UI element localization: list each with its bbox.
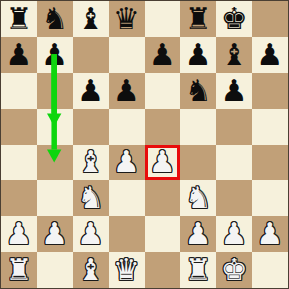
black-bishop[interactable]: ♝ <box>221 40 248 70</box>
square-f1[interactable]: ♜ <box>180 252 216 288</box>
square-h4[interactable] <box>252 145 288 181</box>
square-b8[interactable]: ♞ <box>37 1 73 37</box>
square-h5[interactable] <box>252 109 288 145</box>
white-knight[interactable]: ♞ <box>77 183 104 213</box>
square-c2[interactable]: ♟ <box>73 216 109 252</box>
white-pawn[interactable]: ♟ <box>221 219 248 249</box>
black-pawn[interactable]: ♟ <box>185 40 212 70</box>
white-pawn[interactable]: ♟ <box>5 219 32 249</box>
square-g7[interactable]: ♝ <box>216 37 252 73</box>
square-g8[interactable]: ♚ <box>216 1 252 37</box>
square-f3[interactable]: ♞ <box>180 180 216 216</box>
square-f7[interactable]: ♟ <box>180 37 216 73</box>
square-a6[interactable] <box>1 73 37 109</box>
square-d5[interactable] <box>109 109 145 145</box>
square-f6[interactable]: ♞ <box>180 73 216 109</box>
square-b6[interactable] <box>37 73 73 109</box>
black-pawn[interactable]: ♟ <box>257 40 284 70</box>
square-f2[interactable]: ♟ <box>180 216 216 252</box>
square-e4[interactable]: ♟ <box>145 145 181 181</box>
square-c5[interactable] <box>73 109 109 145</box>
chess-board-widget: ♜♞♝♛♜♚♟♟♟♟♝♟♟♟♞♟♝♟♟♞♞♟♟♟♟♟♟♜♝♛♜♚ <box>0 0 289 289</box>
square-e5[interactable] <box>145 109 181 145</box>
square-h8[interactable] <box>252 1 288 37</box>
square-g4[interactable] <box>216 145 252 181</box>
square-c8[interactable]: ♝ <box>73 1 109 37</box>
white-king[interactable]: ♚ <box>221 255 248 285</box>
square-a1[interactable]: ♜ <box>1 252 37 288</box>
square-g3[interactable] <box>216 180 252 216</box>
black-rook[interactable]: ♜ <box>5 4 32 34</box>
square-g5[interactable] <box>216 109 252 145</box>
square-g2[interactable]: ♟ <box>216 216 252 252</box>
white-pawn[interactable]: ♟ <box>185 219 212 249</box>
chess-board: ♜♞♝♛♜♚♟♟♟♟♝♟♟♟♞♟♝♟♟♞♞♟♟♟♟♟♟♜♝♛♜♚ <box>0 0 289 289</box>
square-c7[interactable] <box>73 37 109 73</box>
square-e2[interactable] <box>145 216 181 252</box>
white-pawn[interactable]: ♟ <box>41 219 68 249</box>
white-rook[interactable]: ♜ <box>5 255 32 285</box>
square-e3[interactable] <box>145 180 181 216</box>
white-bishop[interactable]: ♝ <box>77 255 104 285</box>
square-b3[interactable] <box>37 180 73 216</box>
square-d3[interactable] <box>109 180 145 216</box>
square-h2[interactable]: ♟ <box>252 216 288 252</box>
square-e1[interactable] <box>145 252 181 288</box>
black-king[interactable]: ♚ <box>221 4 248 34</box>
square-e7[interactable]: ♟ <box>145 37 181 73</box>
square-b4[interactable] <box>37 145 73 181</box>
black-knight[interactable]: ♞ <box>185 76 212 106</box>
black-pawn[interactable]: ♟ <box>149 40 176 70</box>
square-c1[interactable]: ♝ <box>73 252 109 288</box>
black-pawn[interactable]: ♟ <box>77 76 104 106</box>
black-bishop[interactable]: ♝ <box>77 4 104 34</box>
square-b5[interactable] <box>37 109 73 145</box>
white-pawn[interactable]: ♟ <box>257 219 284 249</box>
square-b2[interactable]: ♟ <box>37 216 73 252</box>
black-pawn[interactable]: ♟ <box>41 40 68 70</box>
white-rook[interactable]: ♜ <box>185 255 212 285</box>
square-d7[interactable] <box>109 37 145 73</box>
square-c3[interactable]: ♞ <box>73 180 109 216</box>
square-h3[interactable] <box>252 180 288 216</box>
black-pawn[interactable]: ♟ <box>113 76 140 106</box>
square-a2[interactable]: ♟ <box>1 216 37 252</box>
square-h6[interactable] <box>252 73 288 109</box>
square-c4[interactable]: ♝ <box>73 145 109 181</box>
white-queen[interactable]: ♛ <box>113 255 140 285</box>
black-knight[interactable]: ♞ <box>41 4 68 34</box>
square-g6[interactable]: ♟ <box>216 73 252 109</box>
square-g1[interactable]: ♚ <box>216 252 252 288</box>
square-b7[interactable]: ♟ <box>37 37 73 73</box>
square-a7[interactable]: ♟ <box>1 37 37 73</box>
square-a5[interactable] <box>1 109 37 145</box>
square-f4[interactable] <box>180 145 216 181</box>
square-a8[interactable]: ♜ <box>1 1 37 37</box>
black-pawn[interactable]: ♟ <box>5 40 32 70</box>
square-h1[interactable] <box>252 252 288 288</box>
square-d8[interactable]: ♛ <box>109 1 145 37</box>
white-knight[interactable]: ♞ <box>185 183 212 213</box>
square-f5[interactable] <box>180 109 216 145</box>
white-pawn[interactable]: ♟ <box>77 219 104 249</box>
white-pawn[interactable]: ♟ <box>149 147 176 177</box>
square-d2[interactable] <box>109 216 145 252</box>
white-bishop[interactable]: ♝ <box>77 147 104 177</box>
square-e8[interactable] <box>145 1 181 37</box>
square-d1[interactable]: ♛ <box>109 252 145 288</box>
black-rook[interactable]: ♜ <box>185 4 212 34</box>
square-f8[interactable]: ♜ <box>180 1 216 37</box>
square-d6[interactable]: ♟ <box>109 73 145 109</box>
square-b1[interactable] <box>37 252 73 288</box>
white-pawn[interactable]: ♟ <box>113 147 140 177</box>
square-e6[interactable] <box>145 73 181 109</box>
square-h7[interactable]: ♟ <box>252 37 288 73</box>
black-pawn[interactable]: ♟ <box>221 76 248 106</box>
square-d4[interactable]: ♟ <box>109 145 145 181</box>
square-a3[interactable] <box>1 180 37 216</box>
square-a4[interactable] <box>1 145 37 181</box>
square-c6[interactable]: ♟ <box>73 73 109 109</box>
black-queen[interactable]: ♛ <box>113 4 140 34</box>
